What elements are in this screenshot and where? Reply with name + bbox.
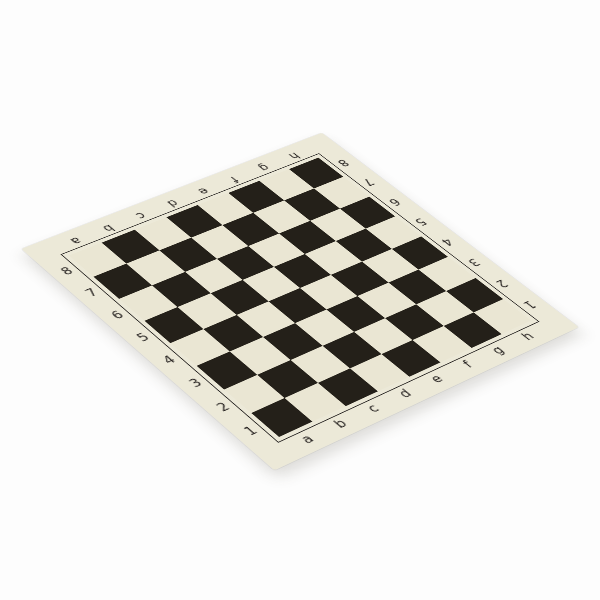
file-label-glyph: c (365, 403, 382, 415)
file-label-glyph: g (489, 345, 506, 356)
file-label-glyph: h (519, 331, 536, 342)
chess-board-scene: abcdefgh8877665544332211abcdefgh (101, 89, 499, 487)
rank-label-glyph: 2 (215, 401, 233, 413)
file-label-glyph: d (164, 198, 180, 208)
rank-label-glyph: 5 (412, 216, 428, 226)
rank-label-glyph: 5 (135, 332, 152, 344)
file-label-glyph: d (396, 388, 414, 400)
rank-label-glyph: 1 (242, 425, 260, 437)
rank-label-glyph: 3 (465, 257, 482, 267)
rank-label-glyph: 6 (109, 310, 126, 321)
rank-label-glyph: 4 (161, 355, 178, 367)
file-label-glyph: e (428, 373, 445, 385)
rank-label-glyph: 4 (438, 236, 454, 246)
file-label-glyph: f (461, 359, 475, 369)
rank-label-glyph: 1 (521, 299, 538, 310)
file-label-glyph: g (256, 162, 272, 172)
rank-label-glyph: 8 (335, 158, 351, 168)
file-label-glyph: b (332, 418, 350, 430)
rank-label-glyph: 7 (84, 288, 101, 299)
file-label-glyph: b (100, 222, 116, 232)
file-label-glyph: f (227, 174, 240, 183)
rank-label-glyph: 7 (360, 177, 376, 187)
rank-label-glyph: 3 (188, 378, 206, 390)
rank-label-glyph: 8 (59, 266, 76, 277)
file-label-glyph: e (195, 186, 211, 196)
file-label-glyph: c (133, 210, 148, 220)
file-label-glyph: a (67, 235, 83, 245)
rank-label-glyph: 6 (386, 196, 402, 206)
rank-label-glyph: 2 (493, 278, 510, 289)
chess-board-mat: abcdefgh8877665544332211abcdefgh (21, 133, 578, 471)
file-label-glyph: h (286, 151, 302, 161)
file-label-glyph: a (299, 433, 317, 445)
